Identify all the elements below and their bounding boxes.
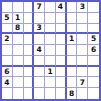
cell-r8c5-empty[interactable] (45, 77, 56, 88)
cell-r8c3-empty[interactable] (24, 77, 35, 88)
cell-r4c3-empty[interactable] (24, 34, 35, 45)
sudoku-board: 74351832154661478 (0, 0, 101, 101)
cell-r6c9-empty[interactable] (88, 56, 99, 67)
cell-r3c4-given-3[interactable]: 3 (34, 24, 45, 35)
cell-r5c7-empty[interactable] (67, 45, 78, 56)
cell-r8c1-given-4[interactable]: 4 (2, 77, 13, 88)
cell-r5c6-empty[interactable] (56, 45, 67, 56)
cell-r1c1-empty[interactable] (2, 2, 13, 13)
cell-r6c3-empty[interactable] (24, 56, 35, 67)
cell-r4c9-given-5[interactable]: 5 (88, 34, 99, 45)
cell-r1c3-empty[interactable] (24, 2, 35, 13)
cell-r9c7-given-8[interactable]: 8 (67, 88, 78, 99)
cell-r8c8-given-7[interactable]: 7 (77, 77, 88, 88)
cell-r3c3-empty[interactable] (24, 24, 35, 35)
cell-r1c8-given-3[interactable]: 3 (77, 2, 88, 13)
cell-r3c2-given-8[interactable]: 8 (13, 24, 24, 35)
cell-r6c8-empty[interactable] (77, 56, 88, 67)
cell-r5c2-empty[interactable] (13, 45, 24, 56)
cell-r6c7-empty[interactable] (67, 56, 78, 67)
cell-r5c5-empty[interactable] (45, 45, 56, 56)
cell-r7c3-empty[interactable] (24, 67, 35, 78)
cell-r3c8-empty[interactable] (77, 24, 88, 35)
cell-r2c7-empty[interactable] (67, 13, 78, 24)
cell-r3c6-empty[interactable] (56, 24, 67, 35)
cell-r3c7-empty[interactable] (67, 24, 78, 35)
cell-r4c8-empty[interactable] (77, 34, 88, 45)
cell-r5c8-empty[interactable] (77, 45, 88, 56)
cell-r4c5-empty[interactable] (45, 34, 56, 45)
cell-r5c9-given-6[interactable]: 6 (88, 45, 99, 56)
cell-r6c6-empty[interactable] (56, 56, 67, 67)
cell-r6c2-empty[interactable] (13, 56, 24, 67)
cell-r2c8-empty[interactable] (77, 13, 88, 24)
cell-r1c9-empty[interactable] (88, 2, 99, 13)
cell-r5c4-given-4[interactable]: 4 (34, 45, 45, 56)
cell-r1c2-empty[interactable] (13, 2, 24, 13)
cell-r7c5-given-1[interactable]: 1 (45, 67, 56, 78)
cell-r3c1-empty[interactable] (2, 24, 13, 35)
cell-r7c4-empty[interactable] (34, 67, 45, 78)
cell-r4c7-given-1[interactable]: 1 (67, 34, 78, 45)
cell-r3c9-empty[interactable] (88, 24, 99, 35)
cell-r5c1-empty[interactable] (2, 45, 13, 56)
cell-r4c4-empty[interactable] (34, 34, 45, 45)
cell-r9c9-empty[interactable] (88, 88, 99, 99)
cell-r7c9-empty[interactable] (88, 67, 99, 78)
cell-r5c3-empty[interactable] (24, 45, 35, 56)
cell-r2c6-empty[interactable] (56, 13, 67, 24)
cell-r2c1-given-5[interactable]: 5 (2, 13, 13, 24)
cell-r1c7-empty[interactable] (67, 2, 78, 13)
cell-r9c8-empty[interactable] (77, 88, 88, 99)
cell-r9c5-empty[interactable] (45, 88, 56, 99)
cell-r6c4-empty[interactable] (34, 56, 45, 67)
cell-r2c3-empty[interactable] (24, 13, 35, 24)
cell-r1c6-given-4[interactable]: 4 (56, 2, 67, 13)
cell-r6c1-empty[interactable] (2, 56, 13, 67)
cell-r1c4-given-7[interactable]: 7 (34, 2, 45, 13)
cell-r8c7-empty[interactable] (67, 77, 78, 88)
cell-r9c2-empty[interactable] (13, 88, 24, 99)
cell-r7c2-empty[interactable] (13, 67, 24, 78)
cell-r7c8-empty[interactable] (77, 67, 88, 78)
cell-r2c9-empty[interactable] (88, 13, 99, 24)
cell-r4c1-given-2[interactable]: 2 (2, 34, 13, 45)
cell-r2c4-empty[interactable] (34, 13, 45, 24)
cell-r1c5-empty[interactable] (45, 2, 56, 13)
cell-r8c9-empty[interactable] (88, 77, 99, 88)
cell-r7c6-empty[interactable] (56, 67, 67, 78)
cell-r2c5-empty[interactable] (45, 13, 56, 24)
cell-r2c2-given-1[interactable]: 1 (13, 13, 24, 24)
cell-r8c2-empty[interactable] (13, 77, 24, 88)
cell-r9c3-empty[interactable] (24, 88, 35, 99)
cell-r9c6-empty[interactable] (56, 88, 67, 99)
cell-r7c7-empty[interactable] (67, 67, 78, 78)
cell-r8c4-empty[interactable] (34, 77, 45, 88)
cell-r9c1-empty[interactable] (2, 88, 13, 99)
cell-r4c6-empty[interactable] (56, 34, 67, 45)
cell-r8c6-empty[interactable] (56, 77, 67, 88)
cell-r6c5-empty[interactable] (45, 56, 56, 67)
cell-r7c1-given-6[interactable]: 6 (2, 67, 13, 78)
cell-r9c4-empty[interactable] (34, 88, 45, 99)
cell-r3c5-empty[interactable] (45, 24, 56, 35)
cell-r4c2-empty[interactable] (13, 34, 24, 45)
